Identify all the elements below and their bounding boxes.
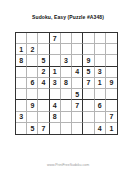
sudoku-cell-r5c7: 7 — [83, 78, 94, 89]
sudoku-cell-r4c7: 5 — [83, 67, 94, 78]
sudoku-cell-r1c6 — [72, 33, 83, 44]
sudoku-cell-r5c5: 8 — [61, 78, 72, 89]
sudoku-cell-r8c6 — [72, 112, 83, 123]
sudoku-cell-r7c1 — [16, 100, 27, 111]
sudoku-cell-r2c4 — [50, 44, 61, 55]
sudoku-cell-r6c2 — [27, 89, 38, 100]
sudoku-cell-r6c6: 5 — [72, 89, 83, 100]
sudoku-cell-r1c7 — [83, 33, 94, 44]
sudoku-cell-r3c2 — [27, 55, 38, 66]
footer-url: www.PrintFreeSudoku.com — [0, 163, 136, 168]
sudoku-cell-r8c5 — [61, 112, 72, 123]
sudoku-cell-r5c9: 9 — [106, 78, 117, 89]
sudoku-cell-r3c3: 5 — [38, 55, 49, 66]
sudoku-cell-r2c2: 2 — [27, 44, 38, 55]
sudoku-cell-r4c9 — [106, 67, 117, 78]
sudoku-cell-r7c5 — [61, 100, 72, 111]
sudoku-cell-r5c8: 1 — [95, 78, 106, 89]
sudoku-cell-r9c7 — [83, 123, 94, 134]
sudoku-cell-r6c9 — [106, 89, 117, 100]
sudoku-cell-r4c2 — [27, 67, 38, 78]
sudoku-cell-r9c3: 7 — [38, 123, 49, 134]
sudoku-cell-r2c5 — [61, 44, 72, 55]
sudoku-cell-r6c8 — [95, 89, 106, 100]
sudoku-cell-r4c4: 1 — [50, 67, 61, 78]
sudoku-cell-r8c7 — [83, 112, 94, 123]
sudoku-board: 7128539214536438719594763875741 — [15, 32, 118, 135]
sudoku-cell-r7c8: 6 — [95, 100, 106, 111]
sudoku-cell-r9c2: 5 — [27, 123, 38, 134]
sudoku-cell-r6c7 — [83, 89, 94, 100]
sudoku-cell-r2c6 — [72, 44, 83, 55]
sudoku-cell-r4c1 — [16, 67, 27, 78]
sudoku-cell-r3c1: 8 — [16, 55, 27, 66]
sudoku-cell-r3c4 — [50, 55, 61, 66]
sudoku-cell-r2c7 — [83, 44, 94, 55]
sudoku-cell-r6c1 — [16, 89, 27, 100]
sudoku-cell-r1c8 — [95, 33, 106, 44]
sudoku-cell-r1c5 — [61, 33, 72, 44]
sudoku-cell-r1c1 — [16, 33, 27, 44]
sudoku-cell-r1c9 — [106, 33, 117, 44]
sudoku-cell-r4c6: 4 — [72, 67, 83, 78]
sudoku-cell-r5c3: 4 — [38, 78, 49, 89]
sudoku-cell-r3c9 — [106, 55, 117, 66]
sudoku-cell-r9c6 — [72, 123, 83, 134]
sudoku-cell-r8c9: 7 — [106, 112, 117, 123]
sudoku-cell-r7c9 — [106, 100, 117, 111]
sudoku-cell-r1c4: 7 — [50, 33, 61, 44]
sudoku-cell-r5c6 — [72, 78, 83, 89]
sudoku-cell-r6c4 — [50, 89, 61, 100]
sudoku-cell-r1c3 — [38, 33, 49, 44]
sudoku-cell-r7c7 — [83, 100, 94, 111]
sudoku-cell-r9c1 — [16, 123, 27, 134]
sudoku-cell-r5c1 — [16, 78, 27, 89]
sudoku-cell-r8c2 — [27, 112, 38, 123]
sudoku-cell-r1c2 — [27, 33, 38, 44]
puzzle-title: Sudoku, Easy (Puzzle #A348) — [0, 14, 136, 21]
sudoku-cell-r7c4: 4 — [50, 100, 61, 111]
sudoku-cell-r6c5 — [61, 89, 72, 100]
sudoku-cell-r9c4 — [50, 123, 61, 134]
sudoku-cell-r8c1: 3 — [16, 112, 27, 123]
sudoku-cell-r9c9: 1 — [106, 123, 117, 134]
sudoku-cell-r8c8 — [95, 112, 106, 123]
sudoku-cell-r4c3: 2 — [38, 67, 49, 78]
sudoku-cell-r4c5 — [61, 67, 72, 78]
sudoku-cell-r5c4: 3 — [50, 78, 61, 89]
sudoku-page: Sudoku, Easy (Puzzle #A348) 712853921453… — [0, 0, 136, 176]
sudoku-cell-r9c8: 4 — [95, 123, 106, 134]
sudoku-cell-r4c8: 3 — [95, 67, 106, 78]
sudoku-cell-r2c8 — [95, 44, 106, 55]
sudoku-cell-r2c1: 1 — [16, 44, 27, 55]
sudoku-cell-r7c2: 9 — [27, 100, 38, 111]
sudoku-cell-r2c9 — [106, 44, 117, 55]
sudoku-cell-r6c3 — [38, 89, 49, 100]
sudoku-cell-r7c3 — [38, 100, 49, 111]
sudoku-cell-r8c4: 8 — [50, 112, 61, 123]
sudoku-cell-r3c7: 9 — [83, 55, 94, 66]
sudoku-cell-r7c6: 7 — [72, 100, 83, 111]
sudoku-cell-r3c5: 3 — [61, 55, 72, 66]
sudoku-cell-r8c3 — [38, 112, 49, 123]
sudoku-cell-r5c2: 6 — [27, 78, 38, 89]
sudoku-cell-r9c5 — [61, 123, 72, 134]
sudoku-cell-r3c8 — [95, 55, 106, 66]
sudoku-cell-r3c6 — [72, 55, 83, 66]
sudoku-cell-r2c3 — [38, 44, 49, 55]
